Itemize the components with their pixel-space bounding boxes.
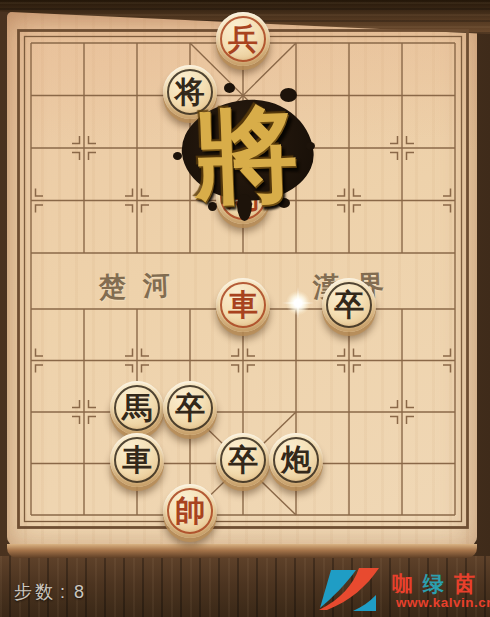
piece-character: 車: [110, 433, 164, 487]
piece-character: 卒: [163, 381, 217, 435]
kalvin-logo-icon: [317, 568, 379, 611]
piece-character: 将: [163, 65, 217, 119]
piece-black-卒[interactable]: 卒: [216, 433, 270, 487]
piece-character: 馬: [110, 381, 164, 435]
piece-character: 馬: [216, 170, 270, 224]
piece-black-車[interactable]: 車: [110, 433, 164, 487]
move-counter-label: 步数: [14, 582, 56, 602]
piece-red-馬[interactable]: 馬: [216, 170, 270, 224]
piece-red-兵[interactable]: 兵: [216, 12, 270, 66]
brand-char: 茵: [454, 570, 475, 598]
piece-character: 車: [216, 278, 270, 332]
piece-black-炮[interactable]: 炮: [269, 433, 323, 487]
piece-character: 帥: [163, 484, 217, 538]
river-label-left: 楚河: [98, 266, 187, 305]
piece-black-将[interactable]: 将: [163, 65, 217, 119]
piece-red-車[interactable]: 車: [216, 278, 270, 332]
piece-black-卒[interactable]: 卒: [163, 381, 217, 435]
piece-character: 卒: [322, 278, 376, 332]
piece-character: 炮: [269, 433, 323, 487]
move-counter-separator: :: [60, 582, 68, 602]
brand-url: www.kalvin.cn: [396, 595, 490, 610]
move-counter-value: 8: [74, 582, 87, 602]
piece-character: 兵: [216, 12, 270, 66]
piece-black-馬[interactable]: 馬: [110, 381, 164, 435]
piece-red-帥[interactable]: 帥: [163, 484, 217, 538]
xiangqi-app-screen: 楚河 漢界 兵将馬車卒馬卒車卒炮帥 將 將 步数:8 咖绿茵 www.kalvi…: [0, 0, 490, 617]
brand-char: 咖: [392, 570, 413, 598]
brand-char: 绿: [423, 570, 444, 598]
board-edge-bevel: [7, 544, 477, 558]
piece-character: 卒: [216, 433, 270, 487]
move-counter: 步数:8: [14, 580, 87, 604]
brand-name: 咖绿茵: [392, 570, 475, 598]
piece-black-卒[interactable]: 卒: [322, 278, 376, 332]
